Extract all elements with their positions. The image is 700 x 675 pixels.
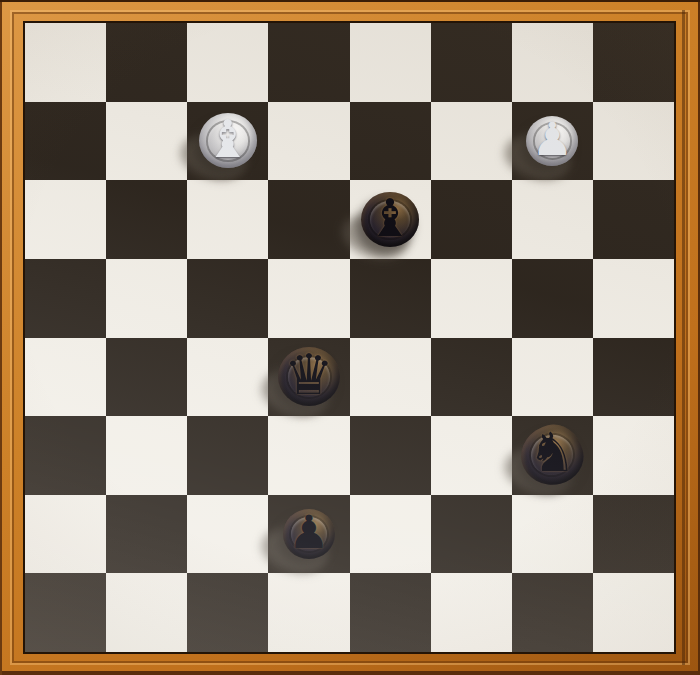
square-d5[interactable] [268, 259, 349, 338]
square-e8[interactable] [350, 23, 431, 102]
square-e3[interactable] [350, 416, 431, 495]
square-e5[interactable] [350, 259, 431, 338]
square-d7[interactable] [268, 102, 349, 181]
square-d8[interactable] [268, 23, 349, 102]
board-well: ♝♟♝♛♞♟ [23, 21, 676, 654]
square-b6[interactable] [106, 180, 187, 259]
square-b7[interactable] [106, 102, 187, 181]
square-h1[interactable] [593, 573, 674, 652]
square-b4[interactable] [106, 338, 187, 417]
queen-glyph: ♛ [284, 347, 334, 403]
square-c5[interactable] [187, 259, 268, 338]
square-a3[interactable] [25, 416, 106, 495]
square-d4[interactable]: ♛ [268, 338, 349, 417]
square-a7[interactable] [25, 102, 106, 181]
black-pawn[interactable]: ♟ [268, 495, 349, 574]
square-b8[interactable] [106, 23, 187, 102]
square-e4[interactable] [350, 338, 431, 417]
square-c4[interactable] [187, 338, 268, 417]
square-a6[interactable] [25, 180, 106, 259]
black-queen[interactable]: ♛ [268, 338, 349, 417]
square-h8[interactable] [593, 23, 674, 102]
square-e7[interactable] [350, 102, 431, 181]
square-a8[interactable] [25, 23, 106, 102]
square-c1[interactable] [187, 573, 268, 652]
black-knight[interactable]: ♞ [512, 416, 593, 495]
square-g7[interactable]: ♟ [512, 102, 593, 181]
white-pawn[interactable]: ♟ [512, 102, 593, 181]
square-a2[interactable] [25, 495, 106, 574]
square-f2[interactable] [431, 495, 512, 574]
chess-scene: ♝♟♝♛♞♟ [0, 0, 700, 675]
square-e1[interactable] [350, 573, 431, 652]
square-f5[interactable] [431, 259, 512, 338]
square-c8[interactable] [187, 23, 268, 102]
square-d6[interactable] [268, 180, 349, 259]
pawn-glyph: ♟ [288, 509, 329, 555]
bishop-glyph: ♝ [205, 113, 252, 165]
square-g8[interactable] [512, 23, 593, 102]
square-h3[interactable] [593, 416, 674, 495]
square-c7[interactable]: ♝ [187, 102, 268, 181]
square-b5[interactable] [106, 259, 187, 338]
frame-right-seam [682, 10, 685, 665]
knight-glyph: ♞ [528, 426, 576, 480]
square-g6[interactable] [512, 180, 593, 259]
square-a5[interactable] [25, 259, 106, 338]
square-c6[interactable] [187, 180, 268, 259]
square-f6[interactable] [431, 180, 512, 259]
square-d2[interactable]: ♟ [268, 495, 349, 574]
square-g2[interactable] [512, 495, 593, 574]
square-b2[interactable] [106, 495, 187, 574]
square-a4[interactable] [25, 338, 106, 417]
black-bishop[interactable]: ♝ [350, 180, 431, 259]
square-e2[interactable] [350, 495, 431, 574]
square-g4[interactable] [512, 338, 593, 417]
square-b1[interactable] [106, 573, 187, 652]
square-g3[interactable]: ♞ [512, 416, 593, 495]
square-g1[interactable] [512, 573, 593, 652]
square-b3[interactable] [106, 416, 187, 495]
square-f4[interactable] [431, 338, 512, 417]
square-h5[interactable] [593, 259, 674, 338]
square-h6[interactable] [593, 180, 674, 259]
square-d1[interactable] [268, 573, 349, 652]
square-g5[interactable] [512, 259, 593, 338]
square-d3[interactable] [268, 416, 349, 495]
square-e6[interactable]: ♝ [350, 180, 431, 259]
chess-board: ♝♟♝♛♞♟ [25, 23, 674, 652]
square-f7[interactable] [431, 102, 512, 181]
square-h7[interactable] [593, 102, 674, 181]
pawn-glyph: ♟ [532, 116, 573, 162]
square-c2[interactable] [187, 495, 268, 574]
white-bishop[interactable]: ♝ [187, 102, 268, 181]
square-f1[interactable] [431, 573, 512, 652]
square-a1[interactable] [25, 573, 106, 652]
square-h4[interactable] [593, 338, 674, 417]
bishop-glyph: ♝ [367, 192, 414, 244]
square-f3[interactable] [431, 416, 512, 495]
square-h2[interactable] [593, 495, 674, 574]
square-c3[interactable] [187, 416, 268, 495]
square-f8[interactable] [431, 23, 512, 102]
